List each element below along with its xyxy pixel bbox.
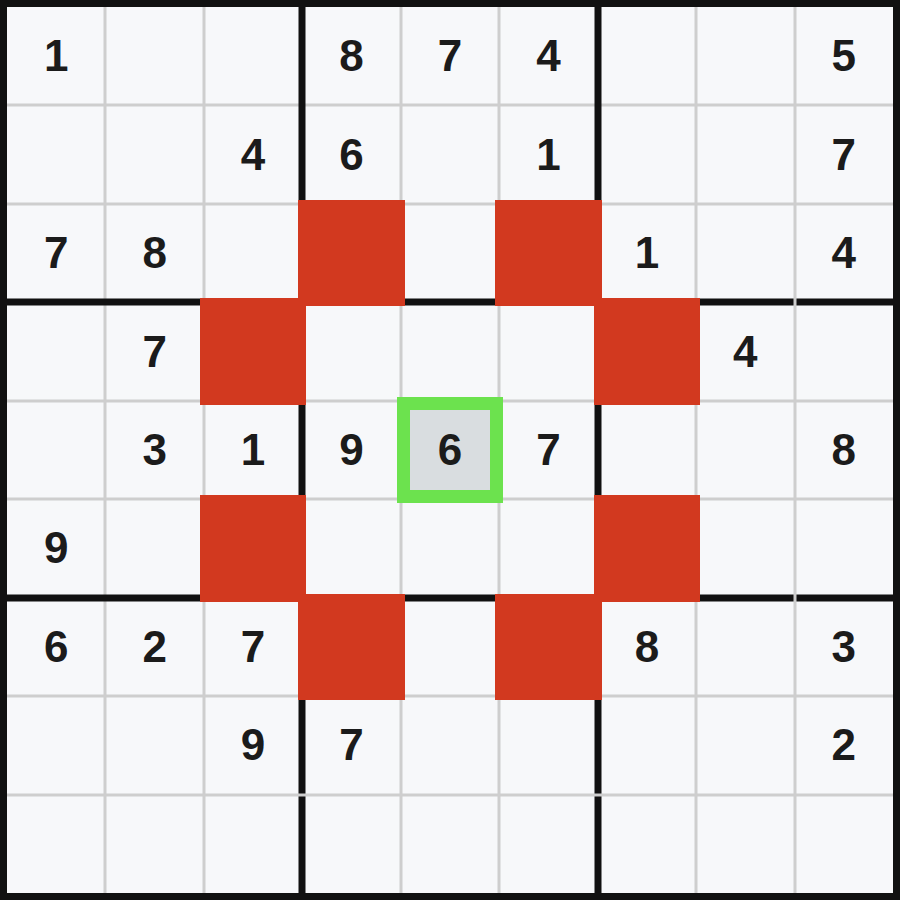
cell-r1c7[interactable] [598, 7, 696, 105]
red-highlight-cell-r4c7[interactable] [598, 302, 696, 400]
cell-r4c5[interactable] [401, 302, 499, 400]
cell-r7c3[interactable]: 7 [204, 598, 302, 696]
cell-r5c2[interactable]: 3 [105, 401, 203, 499]
cell-r8c7[interactable] [598, 696, 696, 794]
cell-r1c2[interactable] [105, 7, 203, 105]
cell-r2c5[interactable] [401, 105, 499, 203]
cell-r3c7[interactable]: 1 [598, 204, 696, 302]
cell-r9c4[interactable] [302, 795, 400, 893]
cell-r9c5[interactable] [401, 795, 499, 893]
cell-r8c2[interactable] [105, 696, 203, 794]
cell-r3c8[interactable] [696, 204, 794, 302]
cell-r7c2[interactable]: 2 [105, 598, 203, 696]
sudoku-board: 187454617781474319678962783972 [0, 0, 900, 900]
cell-r5c7[interactable] [598, 401, 696, 499]
cell-r6c5[interactable] [401, 499, 499, 597]
red-highlight-cell-r3c4[interactable] [302, 204, 400, 302]
cell-r2c8[interactable] [696, 105, 794, 203]
cell-r9c9[interactable] [795, 795, 893, 893]
cell-r9c1[interactable] [7, 795, 105, 893]
red-highlight-cell-r7c6[interactable] [499, 598, 597, 696]
cell-r9c2[interactable] [105, 795, 203, 893]
cells-layer: 187454617781474319678962783972 [7, 7, 893, 893]
cell-r6c8[interactable] [696, 499, 794, 597]
cell-r3c9[interactable]: 4 [795, 204, 893, 302]
cell-r6c6[interactable] [499, 499, 597, 597]
cell-r3c1[interactable]: 7 [7, 204, 105, 302]
red-highlight-cell-r6c7[interactable] [598, 499, 696, 597]
cell-r7c1[interactable]: 6 [7, 598, 105, 696]
cell-r8c6[interactable] [499, 696, 597, 794]
cell-r2c3[interactable]: 4 [204, 105, 302, 203]
red-highlight-cell-r6c3[interactable] [204, 499, 302, 597]
red-highlight-cell-r7c4[interactable] [302, 598, 400, 696]
cell-r9c8[interactable] [696, 795, 794, 893]
selected-cell-r5c5[interactable]: 6 [401, 401, 499, 499]
cell-r3c2[interactable]: 8 [105, 204, 203, 302]
cell-r4c1[interactable] [7, 302, 105, 400]
cell-r5c6[interactable]: 7 [499, 401, 597, 499]
cell-r5c4[interactable]: 9 [302, 401, 400, 499]
cell-r8c3[interactable]: 9 [204, 696, 302, 794]
cell-r1c8[interactable] [696, 7, 794, 105]
red-highlight-cell-r4c3[interactable] [204, 302, 302, 400]
cell-r1c3[interactable] [204, 7, 302, 105]
cell-r6c1[interactable]: 9 [7, 499, 105, 597]
cell-r8c1[interactable] [7, 696, 105, 794]
cell-r3c5[interactable] [401, 204, 499, 302]
cell-r5c1[interactable] [7, 401, 105, 499]
cell-r9c3[interactable] [204, 795, 302, 893]
cell-r2c6[interactable]: 1 [499, 105, 597, 203]
cell-r5c3[interactable]: 1 [204, 401, 302, 499]
cell-r6c4[interactable] [302, 499, 400, 597]
cell-r4c9[interactable] [795, 302, 893, 400]
cell-r8c5[interactable] [401, 696, 499, 794]
cell-r4c8[interactable]: 4 [696, 302, 794, 400]
cell-r2c2[interactable] [105, 105, 203, 203]
cell-r2c9[interactable]: 7 [795, 105, 893, 203]
cell-r4c4[interactable] [302, 302, 400, 400]
cell-r6c9[interactable] [795, 499, 893, 597]
cell-r2c1[interactable] [7, 105, 105, 203]
cell-r1c9[interactable]: 5 [795, 7, 893, 105]
cell-r2c7[interactable] [598, 105, 696, 203]
cell-r3c3[interactable] [204, 204, 302, 302]
cell-r9c7[interactable] [598, 795, 696, 893]
cell-r7c9[interactable]: 3 [795, 598, 893, 696]
cell-r1c4[interactable]: 8 [302, 7, 400, 105]
cell-r4c2[interactable]: 7 [105, 302, 203, 400]
cell-r2c4[interactable]: 6 [302, 105, 400, 203]
cell-r7c5[interactable] [401, 598, 499, 696]
red-highlight-cell-r3c6[interactable] [499, 204, 597, 302]
cell-r7c8[interactable] [696, 598, 794, 696]
cell-r4c6[interactable] [499, 302, 597, 400]
cell-r5c8[interactable] [696, 401, 794, 499]
cell-r9c6[interactable] [499, 795, 597, 893]
cell-r1c1[interactable]: 1 [7, 7, 105, 105]
cell-r5c9[interactable]: 8 [795, 401, 893, 499]
cell-r1c5[interactable]: 7 [401, 7, 499, 105]
cell-r6c2[interactable] [105, 499, 203, 597]
cell-r1c6[interactable]: 4 [499, 7, 597, 105]
cell-r8c4[interactable]: 7 [302, 696, 400, 794]
cell-r8c8[interactable] [696, 696, 794, 794]
cell-r8c9[interactable]: 2 [795, 696, 893, 794]
cell-r7c7[interactable]: 8 [598, 598, 696, 696]
